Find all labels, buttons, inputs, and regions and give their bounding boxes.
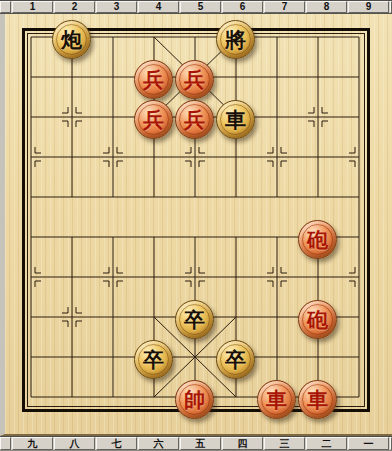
pieces-layer: 炮將兵兵兵兵車砲卒砲卒卒帥車車 xyxy=(10,17,379,417)
piece-glyph: 帥 xyxy=(184,389,205,410)
coord-label-top-1: 1 xyxy=(12,1,53,13)
piece-red-chariot[interactable]: 車 xyxy=(298,380,337,419)
coord-label-top-3: 3 xyxy=(96,1,137,13)
coord-filler xyxy=(0,1,11,13)
coord-label-top-6: 6 xyxy=(222,1,263,13)
coord-label-top-4: 4 xyxy=(138,1,179,13)
piece-glyph: 炮 xyxy=(61,29,82,50)
piece-glyph: 砲 xyxy=(307,229,328,250)
coord-label-top-2: 2 xyxy=(54,1,95,13)
piece-glyph: 車 xyxy=(225,109,246,130)
file-coordinates-bottom: 九 八 七 六 五 四 三 二 一 xyxy=(0,436,392,451)
coord-label-top-8: 8 xyxy=(306,1,347,13)
coord-label-top-5: 5 xyxy=(180,1,221,13)
piece-glyph: 砲 xyxy=(307,309,328,330)
piece-red-general[interactable]: 帥 xyxy=(175,380,214,419)
piece-glyph: 將 xyxy=(225,29,246,50)
piece-black-cannon[interactable]: 炮 xyxy=(52,20,91,59)
piece-glyph: 車 xyxy=(307,389,328,410)
piece-red-cannon[interactable]: 砲 xyxy=(298,300,337,339)
piece-glyph: 兵 xyxy=(184,109,205,130)
piece-glyph: 卒 xyxy=(225,349,246,370)
piece-red-soldier[interactable]: 兵 xyxy=(175,60,214,99)
piece-red-soldier[interactable]: 兵 xyxy=(134,100,173,139)
piece-red-cannon[interactable]: 砲 xyxy=(298,220,337,259)
coord-label-top-9: 9 xyxy=(348,1,389,13)
piece-glyph: 兵 xyxy=(143,109,164,130)
piece-glyph: 兵 xyxy=(184,69,205,90)
coord-filler xyxy=(0,437,11,450)
coord-label-bottom-6: 六 xyxy=(138,437,179,450)
piece-black-chariot[interactable]: 車 xyxy=(216,100,255,139)
coord-label-bottom-3: 三 xyxy=(264,437,305,450)
piece-glyph: 卒 xyxy=(143,349,164,370)
coord-label-top-7: 7 xyxy=(264,1,305,13)
piece-red-soldier[interactable]: 兵 xyxy=(134,60,173,99)
xiangqi-app: 1 2 3 4 5 6 7 8 9 炮將兵兵兵兵車砲卒砲卒卒帥車車 九 八 七 … xyxy=(0,0,392,451)
coord-label-bottom-8: 八 xyxy=(54,437,95,450)
coord-label-bottom-2: 二 xyxy=(306,437,347,450)
piece-glyph: 兵 xyxy=(143,69,164,90)
coord-label-bottom-9: 九 xyxy=(12,437,53,450)
coord-label-bottom-7: 七 xyxy=(96,437,137,450)
piece-red-soldier[interactable]: 兵 xyxy=(175,100,214,139)
coord-label-bottom-4: 四 xyxy=(222,437,263,450)
file-coordinates-top: 1 2 3 4 5 6 7 8 9 xyxy=(0,0,392,14)
piece-black-soldier[interactable]: 卒 xyxy=(216,340,255,379)
piece-glyph: 車 xyxy=(266,389,287,410)
piece-black-soldier[interactable]: 卒 xyxy=(134,340,173,379)
piece-glyph: 卒 xyxy=(184,309,205,330)
piece-black-soldier[interactable]: 卒 xyxy=(175,300,214,339)
coord-label-bottom-5: 五 xyxy=(180,437,221,450)
coord-label-bottom-1: 一 xyxy=(348,437,389,450)
piece-red-chariot[interactable]: 車 xyxy=(257,380,296,419)
piece-black-general[interactable]: 將 xyxy=(216,20,255,59)
